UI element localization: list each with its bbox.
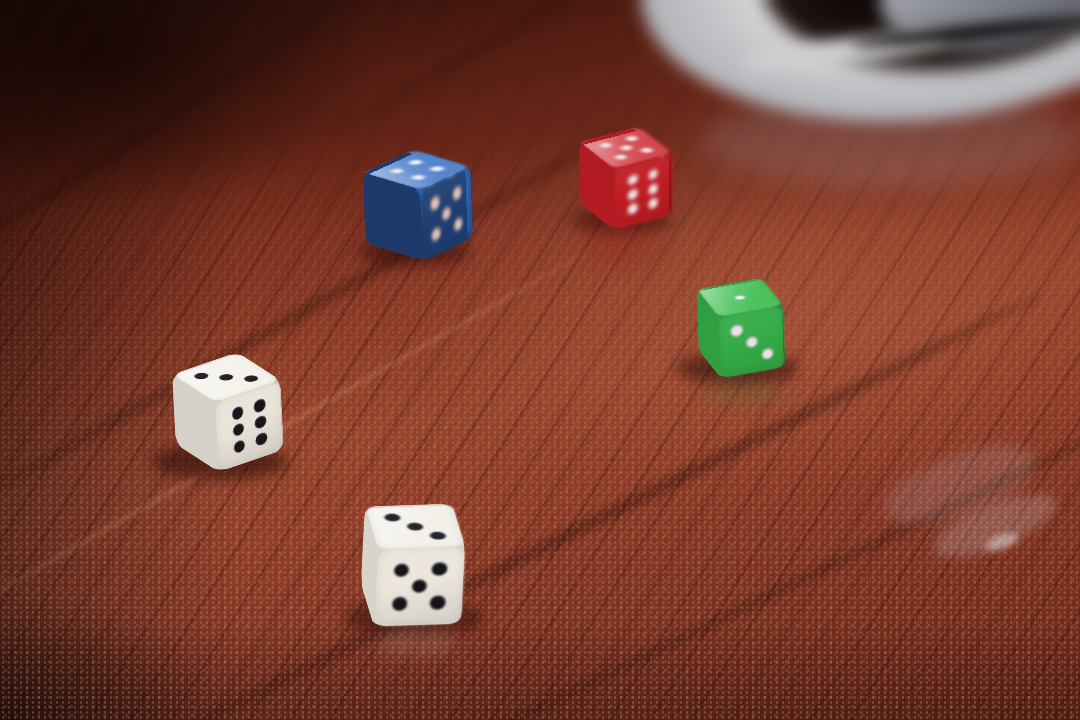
pip — [216, 373, 235, 382]
pip — [429, 532, 447, 540]
white-front-die-reflection — [375, 626, 459, 656]
white-front-die-face-front-value-5 — [374, 547, 465, 627]
blue-die-cube — [392, 158, 445, 251]
red-die — [592, 144, 660, 212]
pip — [254, 398, 266, 414]
pip — [241, 374, 260, 383]
white-front-die — [367, 519, 459, 611]
pip — [628, 173, 638, 186]
pip — [406, 159, 425, 166]
white-left-die-cube — [194, 366, 263, 458]
pip — [648, 182, 658, 195]
pip — [612, 153, 628, 160]
pip — [761, 347, 773, 360]
pip — [628, 188, 638, 201]
pip — [623, 135, 639, 142]
pip — [618, 144, 634, 151]
pip — [454, 216, 463, 232]
green-die-face-front-value-3 — [719, 306, 785, 379]
red-die-cube — [597, 140, 656, 216]
pip — [733, 295, 746, 301]
pip — [232, 405, 244, 421]
pip — [430, 195, 439, 211]
pip — [430, 596, 446, 610]
pip — [452, 185, 461, 201]
pip — [387, 167, 406, 174]
white-front-die-cube — [368, 525, 459, 605]
pip — [731, 324, 743, 337]
white-front-die-face-top-value-3 — [365, 504, 465, 550]
pip — [393, 563, 409, 577]
pip — [597, 142, 613, 149]
pip — [233, 422, 245, 438]
green-die-cube — [708, 292, 774, 365]
pip — [192, 372, 211, 381]
green-die-reflection — [700, 378, 784, 404]
pip — [648, 168, 658, 181]
pip — [628, 202, 638, 215]
blue-die — [379, 166, 458, 245]
pip — [383, 513, 401, 521]
red-die-reflection — [585, 222, 659, 266]
pip — [408, 174, 427, 181]
pip — [648, 197, 658, 210]
pip — [255, 414, 267, 430]
pip — [431, 226, 440, 242]
pip — [392, 597, 408, 611]
pip — [412, 579, 428, 593]
dice-layer — [0, 0, 1080, 720]
pip — [746, 335, 758, 348]
pip — [406, 522, 424, 530]
pip — [233, 439, 245, 455]
pip — [442, 205, 451, 221]
pip — [432, 562, 448, 576]
pip — [638, 147, 654, 154]
white-left-die — [187, 371, 269, 453]
green-die — [706, 293, 776, 363]
dice-photo-scene — [0, 0, 1080, 720]
pip — [256, 431, 268, 447]
pip — [427, 165, 446, 172]
